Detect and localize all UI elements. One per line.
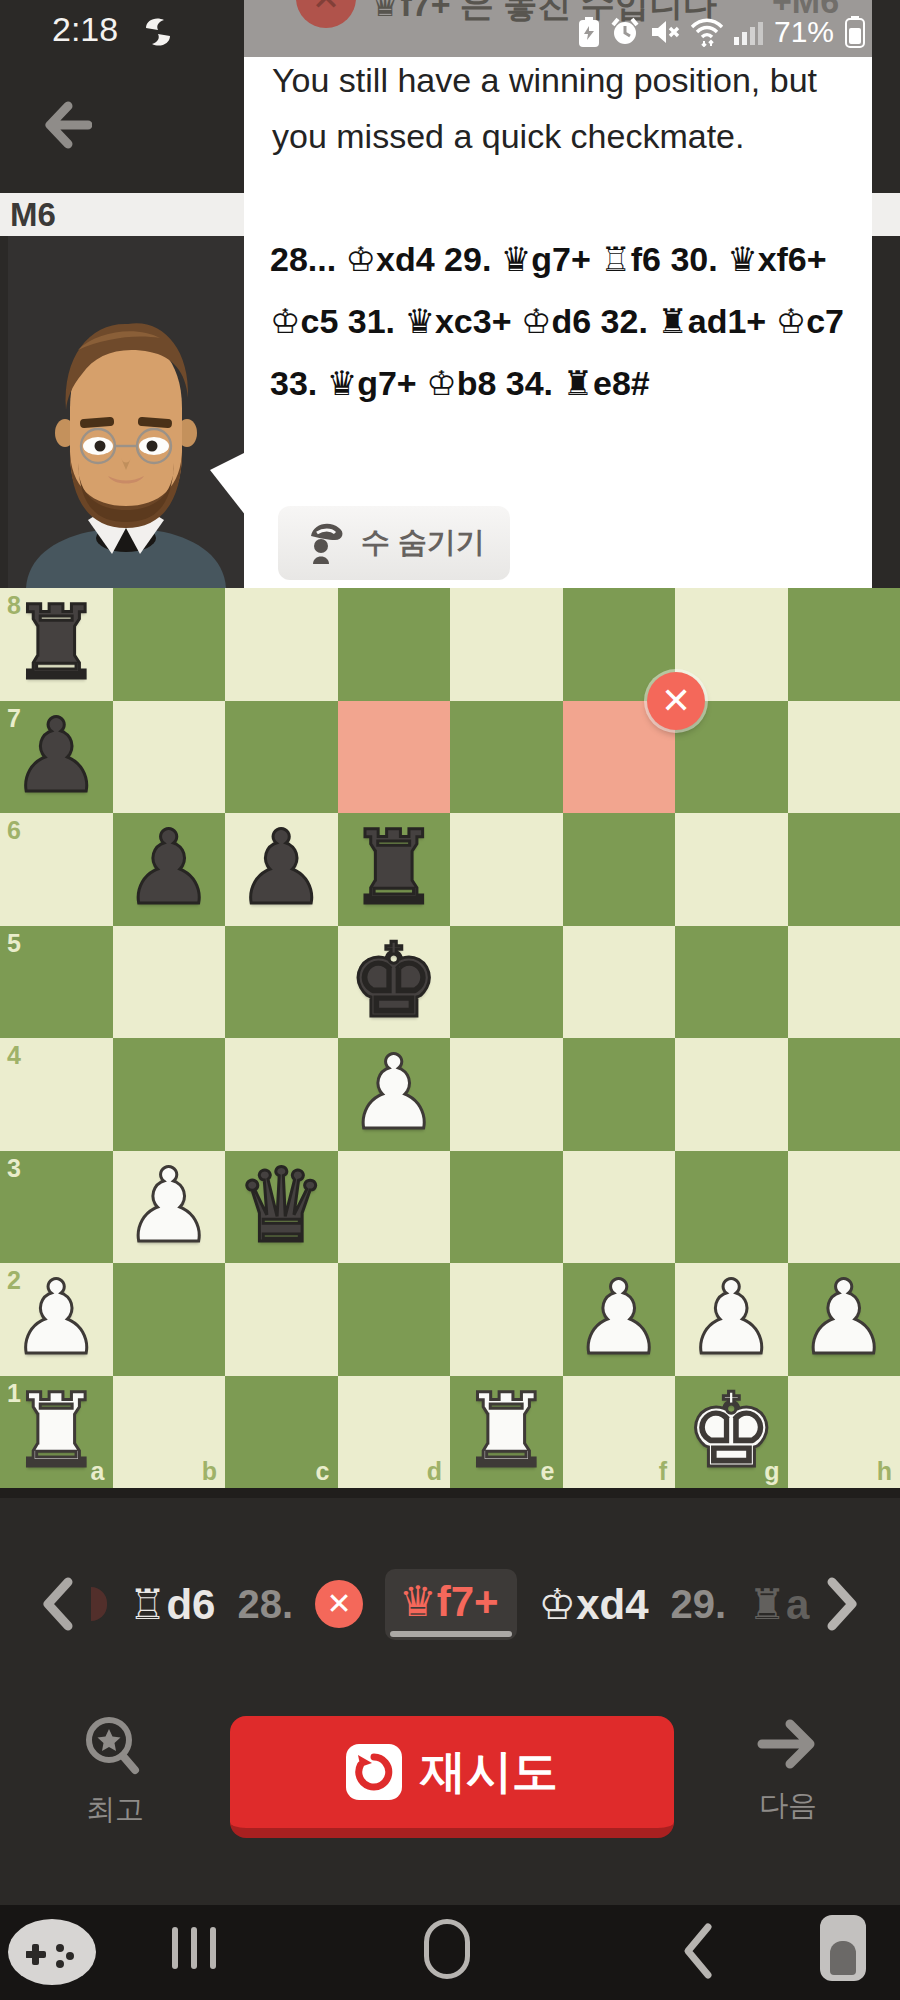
square-d5[interactable]: ♚: [338, 926, 451, 1039]
piece-bP-b6[interactable]: ♟: [113, 813, 226, 926]
system-navigation-bar: [0, 1905, 900, 2000]
square-f1[interactable]: f: [563, 1376, 676, 1489]
square-d2[interactable]: [338, 1263, 451, 1376]
square-f5[interactable]: [563, 926, 676, 1039]
square-e7[interactable]: [450, 701, 563, 814]
square-h1[interactable]: h: [788, 1376, 900, 1489]
square-a1[interactable]: 1a♜: [0, 1376, 113, 1489]
nav-move-selected-qf7[interactable]: ♛f7+: [385, 1569, 517, 1640]
square-b8[interactable]: [113, 588, 226, 701]
app-screen: 2:18 ✕ ♛f7+ 은 놓친 수입니다 +M6 71% M6: [0, 0, 900, 2000]
wifi-icon: [690, 17, 724, 47]
piece-wR-e1[interactable]: ♜: [450, 1376, 563, 1489]
back-button[interactable]: [680, 1921, 714, 1985]
square-c8[interactable]: [225, 588, 338, 701]
square-f2[interactable]: ♟: [563, 1263, 676, 1376]
nav-move-kxd4[interactable]: ♔xd4: [539, 1580, 649, 1629]
retry-icon: [346, 1744, 402, 1800]
square-b7[interactable]: [113, 701, 226, 814]
square-a8[interactable]: 8♜: [0, 588, 113, 701]
square-b2[interactable]: [113, 1263, 226, 1376]
piece-wP-h2[interactable]: ♟: [788, 1263, 900, 1376]
square-h2[interactable]: ♟: [788, 1263, 900, 1376]
battery-icon: [844, 16, 866, 48]
square-h8[interactable]: [788, 588, 900, 701]
square-c1[interactable]: c: [225, 1376, 338, 1489]
square-g5[interactable]: [675, 926, 788, 1039]
rank-label-3: 3: [7, 1154, 21, 1183]
square-d8[interactable]: [338, 588, 451, 701]
file-label-f: f: [659, 1457, 667, 1486]
square-e4[interactable]: [450, 1038, 563, 1151]
speech-bubble-tail: [210, 452, 246, 516]
move-navigation-bar: ♖d6 28. ✕ ♛f7+ ♔xd4 29. ♜a: [0, 1556, 900, 1652]
square-a4[interactable]: 4: [0, 1038, 113, 1151]
rank-label-6: 6: [7, 816, 21, 845]
hide-moves-button[interactable]: 수 숨기기: [278, 506, 510, 580]
piece-bP-c6[interactable]: ♟: [225, 813, 338, 926]
chess-board[interactable]: 8♜7♟6♟♟♜5♚4♟3♟♛2♟♟♟♟1a♜bcde♜fg♚h: [0, 588, 900, 1488]
square-f4[interactable]: [563, 1038, 676, 1151]
game-tools-bubble[interactable]: [8, 1919, 96, 1985]
nav-move-rd6[interactable]: ♖d6: [129, 1580, 216, 1629]
coach-variation-line: 28... ♔xd4 29. ♛g7+ ♖f6 30. ♛xf6+ ♔c5 31…: [270, 228, 862, 414]
square-c2[interactable]: [225, 1263, 338, 1376]
miss-x-badge-nav: ✕: [315, 1580, 363, 1628]
square-a6[interactable]: 6: [0, 813, 113, 926]
square-b6[interactable]: ♟: [113, 813, 226, 926]
prev-move-chevron[interactable]: [40, 1576, 74, 1636]
square-h5[interactable]: [788, 926, 900, 1039]
next-label: 다음: [728, 1786, 848, 1826]
square-h4[interactable]: [788, 1038, 900, 1151]
coach-avatar: [8, 236, 244, 588]
nav-move-number: 28.: [237, 1582, 293, 1627]
next-puzzle-button[interactable]: 다음: [728, 1712, 848, 1826]
status-icons: 71%: [578, 16, 866, 48]
piece-bR-a8[interactable]: ♜: [0, 588, 113, 701]
square-d3[interactable]: [338, 1151, 451, 1264]
square-f3[interactable]: [563, 1151, 676, 1264]
square-h7[interactable]: [788, 701, 900, 814]
battery-percent: 71%: [774, 15, 834, 49]
piece-bR-d6[interactable]: ♜: [338, 813, 451, 926]
square-e6[interactable]: [450, 813, 563, 926]
piece-wP-a2[interactable]: ♟: [0, 1263, 113, 1376]
touch-lock-button[interactable]: [820, 1915, 866, 1981]
square-e1[interactable]: e♜: [450, 1376, 563, 1489]
rank-label-4: 4: [7, 1041, 21, 1070]
piece-wP-b3[interactable]: ♟: [113, 1151, 226, 1264]
square-a2[interactable]: 2♟: [0, 1263, 113, 1376]
square-a5[interactable]: 5: [0, 926, 113, 1039]
next-move-chevron[interactable]: [826, 1576, 860, 1636]
square-a7[interactable]: 7♟: [0, 701, 113, 814]
square-c5[interactable]: [225, 926, 338, 1039]
file-label-c: c: [316, 1457, 330, 1486]
faded-badge-fragment: [91, 1587, 107, 1621]
square-d1[interactable]: d: [338, 1376, 451, 1489]
board-bottom-shadow: [0, 1488, 900, 1498]
file-label-b: b: [202, 1457, 217, 1486]
square-g2[interactable]: ♟: [675, 1263, 788, 1376]
back-arrow-button[interactable]: [44, 100, 92, 154]
miss-badge-on-board: ✕: [647, 672, 705, 730]
best-move-button[interactable]: 최고: [55, 1712, 175, 1830]
square-b5[interactable]: [113, 926, 226, 1039]
piece-wR-a1[interactable]: ♜: [0, 1376, 113, 1489]
best-magnifier-icon: [79, 1712, 151, 1780]
hide-moves-label: 수 숨기기: [361, 523, 485, 563]
square-h3[interactable]: [788, 1151, 900, 1264]
clock-time: 2:18: [52, 10, 118, 49]
square-e8[interactable]: [450, 588, 563, 701]
miss-x-icon: ✕: [296, 0, 356, 28]
file-label-h: h: [877, 1457, 892, 1486]
square-h6[interactable]: [788, 813, 900, 926]
square-d7[interactable]: [338, 701, 451, 814]
square-g1[interactable]: g♚: [675, 1376, 788, 1489]
piece-wP-f2[interactable]: ♟: [563, 1263, 676, 1376]
square-c4[interactable]: [225, 1038, 338, 1151]
quick-share-icon: [138, 14, 178, 54]
square-a3[interactable]: 3: [0, 1151, 113, 1264]
coach-message: You still have a winning position, but y…: [272, 52, 858, 164]
square-e2[interactable]: [450, 1263, 563, 1376]
next-arrow-icon: [756, 1712, 820, 1776]
piece-wP-g2[interactable]: ♟: [675, 1263, 788, 1376]
piece-bQ-c3[interactable]: ♛: [225, 1151, 338, 1264]
piece-bK-d5[interactable]: ♚: [338, 926, 451, 1039]
piece-wP-d4[interactable]: ♟: [338, 1038, 451, 1151]
recents-button[interactable]: [172, 1927, 216, 1969]
alarm-icon: [610, 17, 640, 47]
square-g6[interactable]: [675, 813, 788, 926]
retry-label: 재시도: [420, 1741, 558, 1803]
square-b3[interactable]: ♟: [113, 1151, 226, 1264]
nav-next-number: 29.: [671, 1582, 727, 1627]
square-c6[interactable]: ♟: [225, 813, 338, 926]
nav-move-partial[interactable]: ♜a: [748, 1580, 809, 1629]
square-g4[interactable]: [675, 1038, 788, 1151]
home-button[interactable]: [424, 1919, 470, 1979]
square-e3[interactable]: [450, 1151, 563, 1264]
file-label-d: d: [427, 1457, 442, 1486]
square-f6[interactable]: [563, 813, 676, 926]
rank-label-5: 5: [7, 929, 21, 958]
mute-icon: [650, 17, 680, 47]
square-c7[interactable]: [225, 701, 338, 814]
hide-moves-icon: [303, 520, 349, 566]
square-d6[interactable]: ♜: [338, 813, 451, 926]
retry-button[interactable]: 재시도: [230, 1716, 674, 1838]
square-e5[interactable]: [450, 926, 563, 1039]
square-c3[interactable]: ♛: [225, 1151, 338, 1264]
square-b4[interactable]: [113, 1038, 226, 1151]
square-g3[interactable]: [675, 1151, 788, 1264]
piece-wK-g1[interactable]: ♚: [675, 1376, 788, 1489]
square-b1[interactable]: b: [113, 1376, 226, 1489]
signal-icon: [734, 17, 764, 47]
battery-saver-icon: [578, 17, 600, 47]
square-d4[interactable]: ♟: [338, 1038, 451, 1151]
best-label: 최고: [55, 1790, 175, 1830]
piece-bP-a7[interactable]: ♟: [0, 701, 113, 814]
